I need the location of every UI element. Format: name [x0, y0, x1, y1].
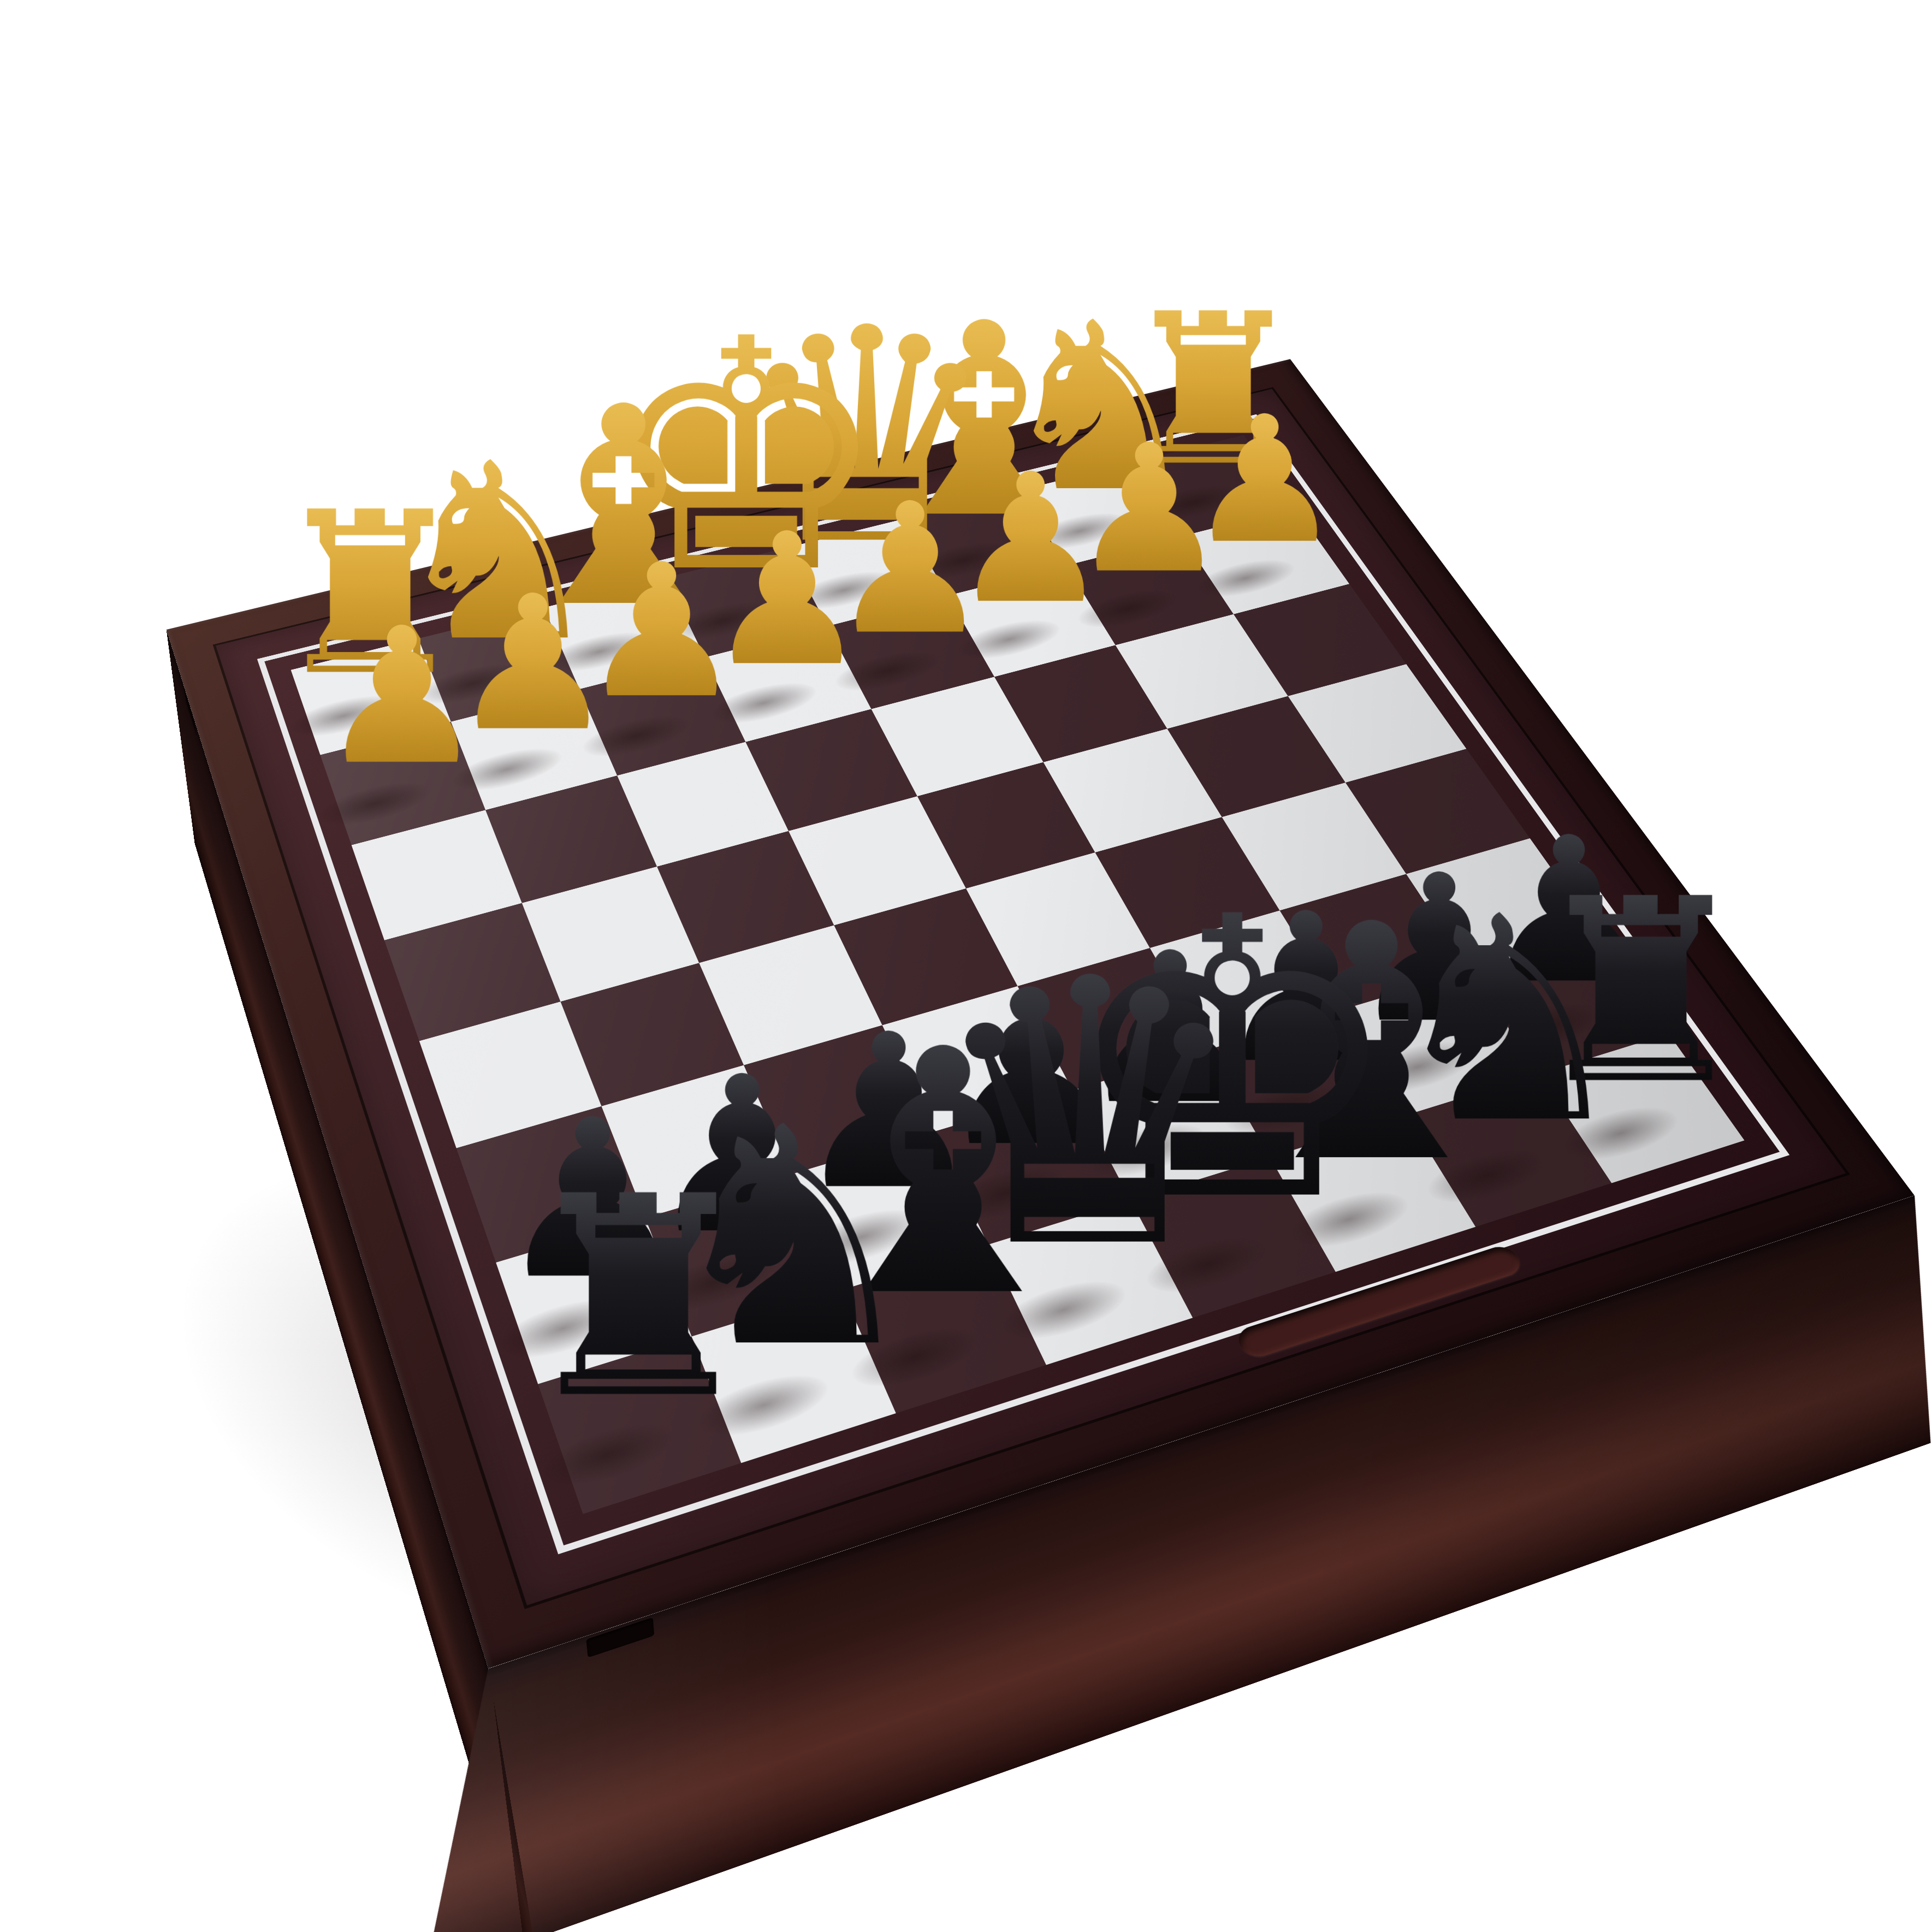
- product-photo-scene: ♜♞♝♚♛♝♞♜♟♟♟♟♟♟♟♟♟♟♟♟♟♟♟♟♜♞♝♛♚♝♞♜: [0, 0, 1932, 1932]
- chess-box: ♜♞♝♚♛♝♞♜♟♟♟♟♟♟♟♟♟♟♟♟♟♟♟♟♜♞♝♛♚♝♞♜: [167, 359, 1915, 1669]
